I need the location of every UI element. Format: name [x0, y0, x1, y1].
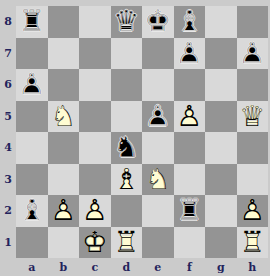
rank-label-3: 3 [0, 164, 16, 196]
square-g3[interactable] [205, 164, 237, 196]
black-rook-icon: ♜ [16, 6, 48, 38]
square-a2[interactable]: ♝♗ [16, 195, 48, 227]
white-pawn-outline: ♙ [48, 195, 80, 227]
square-d1[interactable]: ♜♖ [111, 227, 143, 259]
square-h1[interactable]: ♜♖ [237, 227, 269, 259]
square-g1[interactable] [205, 227, 237, 259]
white-bishop-icon: ♝ [111, 164, 143, 196]
square-a5[interactable] [16, 101, 48, 133]
square-h4[interactable] [237, 132, 269, 164]
square-c8[interactable] [79, 6, 111, 38]
white-pawn-outline: ♙ [237, 195, 269, 227]
rank-label-6: 6 [0, 69, 16, 101]
white-knight-outline: ♘ [142, 164, 174, 196]
square-d6[interactable] [111, 69, 143, 101]
white-king-outline: ♔ [79, 227, 111, 259]
white-rook-icon: ♜ [111, 227, 143, 259]
square-g8[interactable] [205, 6, 237, 38]
white-pawn-icon: ♟ [237, 195, 269, 227]
square-a6[interactable]: ♟♙ [16, 69, 48, 101]
file-label-c: c [79, 258, 111, 276]
square-a7[interactable] [16, 38, 48, 70]
square-f3[interactable] [174, 164, 206, 196]
square-h8[interactable] [237, 6, 269, 38]
black-king-icon: ♚ [142, 6, 174, 38]
black-pawn-outline: ♙ [142, 101, 174, 133]
square-c2[interactable]: ♟♙ [79, 195, 111, 227]
black-rook-outline: ♖ [174, 195, 206, 227]
square-a8[interactable]: ♜♖ [16, 6, 48, 38]
rank-labels: 87654321 [0, 0, 16, 276]
black-pawn-icon: ♟ [174, 38, 206, 70]
rank-label-1: 1 [0, 227, 16, 259]
black-pawn-outline: ♙ [174, 38, 206, 70]
black-king-outline: ♔ [142, 6, 174, 38]
file-label-f: f [174, 258, 206, 276]
rank-label-7: 7 [0, 38, 16, 70]
white-pawn-icon: ♟ [48, 195, 80, 227]
square-f6[interactable] [174, 69, 206, 101]
square-h6[interactable] [237, 69, 269, 101]
file-label-e: e [142, 258, 174, 276]
square-b1[interactable] [48, 227, 80, 259]
black-queen-outline: ♕ [111, 6, 143, 38]
square-e1[interactable] [142, 227, 174, 259]
square-g2[interactable] [205, 195, 237, 227]
white-knight-icon: ♞ [48, 101, 80, 133]
square-f5[interactable]: ♟♙ [174, 101, 206, 133]
square-h5[interactable]: ♛♕ [237, 101, 269, 133]
chess-diagram: 87654321 ♜♖♛♕♚♔♝♗♟♙♟♙♟♙♞♘♟♙♟♙♛♕♞♘♝♗♞♘♝♗♟… [0, 0, 270, 276]
square-c3[interactable] [79, 164, 111, 196]
square-d4[interactable]: ♞♘ [111, 132, 143, 164]
square-c6[interactable] [79, 69, 111, 101]
black-knight-icon: ♞ [111, 132, 143, 164]
white-rook-outline: ♖ [111, 227, 143, 259]
square-e7[interactable] [142, 38, 174, 70]
square-c7[interactable] [79, 38, 111, 70]
square-h7[interactable]: ♟♙ [237, 38, 269, 70]
black-pawn-outline: ♙ [16, 69, 48, 101]
file-label-h: h [237, 258, 269, 276]
square-e4[interactable] [142, 132, 174, 164]
square-a1[interactable] [16, 227, 48, 259]
square-b4[interactable] [48, 132, 80, 164]
square-a3[interactable] [16, 164, 48, 196]
square-d7[interactable] [111, 38, 143, 70]
square-h2[interactable]: ♟♙ [237, 195, 269, 227]
square-h3[interactable] [237, 164, 269, 196]
square-c5[interactable] [79, 101, 111, 133]
square-b8[interactable] [48, 6, 80, 38]
square-b6[interactable] [48, 69, 80, 101]
square-g7[interactable] [205, 38, 237, 70]
square-d2[interactable] [111, 195, 143, 227]
file-label-d: d [111, 258, 143, 276]
square-f1[interactable] [174, 227, 206, 259]
square-f2[interactable]: ♜♖ [174, 195, 206, 227]
square-b7[interactable] [48, 38, 80, 70]
black-bishop-outline: ♗ [174, 6, 206, 38]
black-pawn-outline: ♙ [237, 38, 269, 70]
white-king-icon: ♚ [79, 227, 111, 259]
white-bishop-outline: ♗ [111, 164, 143, 196]
black-rook-outline: ♖ [16, 6, 48, 38]
white-rook-outline: ♖ [237, 227, 269, 259]
square-e2[interactable] [142, 195, 174, 227]
square-b2[interactable]: ♟♙ [48, 195, 80, 227]
rank-label-8: 8 [0, 6, 16, 38]
square-g5[interactable] [205, 101, 237, 133]
square-b5[interactable]: ♞♘ [48, 101, 80, 133]
square-e6[interactable] [142, 69, 174, 101]
square-e5[interactable]: ♟♙ [142, 101, 174, 133]
square-d3[interactable]: ♝♗ [111, 164, 143, 196]
rank-label-2: 2 [0, 195, 16, 227]
black-rook-icon: ♜ [174, 195, 206, 227]
square-g4[interactable] [205, 132, 237, 164]
square-e8[interactable]: ♚♔ [142, 6, 174, 38]
black-bishop-icon: ♝ [16, 195, 48, 227]
black-queen-icon: ♛ [111, 6, 143, 38]
white-queen-outline: ♕ [237, 101, 269, 133]
white-knight-outline: ♘ [48, 101, 80, 133]
square-c1[interactable]: ♚♔ [79, 227, 111, 259]
white-pawn-outline: ♙ [79, 195, 111, 227]
file-label-a: a [16, 258, 48, 276]
black-pawn-icon: ♟ [16, 69, 48, 101]
black-pawn-icon: ♟ [237, 38, 269, 70]
square-a4[interactable] [16, 132, 48, 164]
file-label-g: g [205, 258, 237, 276]
square-f4[interactable] [174, 132, 206, 164]
file-label-b: b [48, 258, 80, 276]
rank-label-4: 4 [0, 132, 16, 164]
square-d5[interactable] [111, 101, 143, 133]
white-knight-icon: ♞ [142, 164, 174, 196]
file-labels: abcdefgh [16, 258, 268, 276]
black-bishop-outline: ♗ [16, 195, 48, 227]
white-queen-icon: ♛ [237, 101, 269, 133]
square-f8[interactable]: ♝♗ [174, 6, 206, 38]
square-g6[interactable] [205, 69, 237, 101]
rank-label-5: 5 [0, 101, 16, 133]
chess-board: ♜♖♛♕♚♔♝♗♟♙♟♙♟♙♞♘♟♙♟♙♛♕♞♘♝♗♞♘♝♗♟♙♟♙♜♖♟♙♚♔… [16, 6, 268, 258]
white-pawn-icon: ♟ [174, 101, 206, 133]
square-c4[interactable] [79, 132, 111, 164]
square-e3[interactable]: ♞♘ [142, 164, 174, 196]
white-pawn-outline: ♙ [174, 101, 206, 133]
white-rook-icon: ♜ [237, 227, 269, 259]
white-pawn-icon: ♟ [79, 195, 111, 227]
square-b3[interactable] [48, 164, 80, 196]
black-bishop-icon: ♝ [174, 6, 206, 38]
square-f7[interactable]: ♟♙ [174, 38, 206, 70]
black-knight-outline: ♘ [111, 132, 143, 164]
square-d8[interactable]: ♛♕ [111, 6, 143, 38]
black-pawn-icon: ♟ [142, 101, 174, 133]
